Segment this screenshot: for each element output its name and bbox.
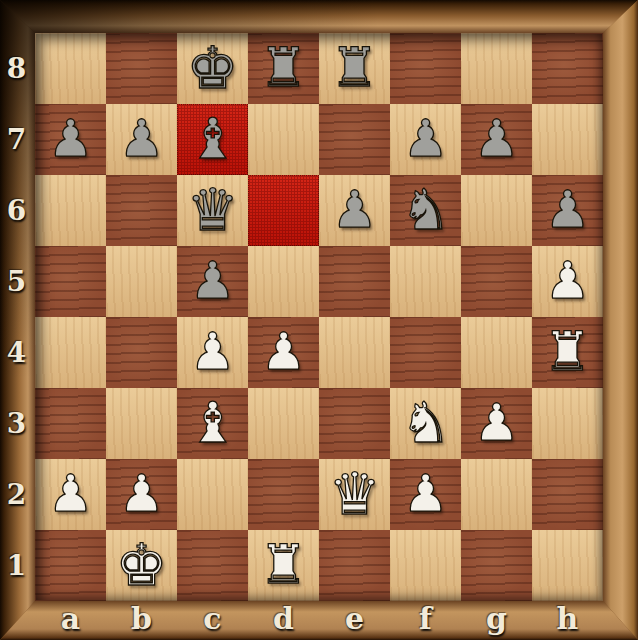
square-f8[interactable] (390, 33, 461, 104)
piece-black-P-f7[interactable]: ♟ (403, 113, 449, 164)
square-e7[interactable] (319, 104, 390, 175)
square-f4[interactable] (390, 317, 461, 388)
square-g4[interactable] (461, 317, 532, 388)
square-e4[interactable] (319, 317, 390, 388)
square-a8[interactable] (35, 33, 106, 104)
square-d3[interactable] (248, 388, 319, 459)
square-h4[interactable]: ♜ (532, 317, 603, 388)
piece-black-N-f6[interactable]: ♞ (400, 182, 450, 238)
square-b4[interactable] (106, 317, 177, 388)
square-b5[interactable] (106, 246, 177, 317)
piece-black-P-a7[interactable]: ♟ (48, 113, 94, 164)
square-g3[interactable]: ♟ (461, 388, 532, 459)
square-c3[interactable]: ♝ (177, 388, 248, 459)
square-c7[interactable]: ♝ (177, 104, 248, 175)
frame-bottom-edge (0, 601, 638, 640)
square-b7[interactable]: ♟ (106, 104, 177, 175)
square-e1[interactable] (319, 530, 390, 601)
piece-black-R-e8[interactable]: ♜ (330, 41, 378, 95)
square-g2[interactable] (461, 459, 532, 530)
square-h5[interactable]: ♟ (532, 246, 603, 317)
square-f7[interactable]: ♟ (390, 104, 461, 175)
piece-white-P-a2[interactable]: ♟ (48, 468, 94, 519)
frame-left-edge (0, 0, 35, 640)
piece-white-R-d1[interactable]: ♜ (259, 538, 307, 592)
square-b2[interactable]: ♟ (106, 459, 177, 530)
square-b3[interactable] (106, 388, 177, 459)
square-f6[interactable]: ♞ (390, 175, 461, 246)
square-h7[interactable] (532, 104, 603, 175)
square-f5[interactable] (390, 246, 461, 317)
piece-black-P-g7[interactable]: ♟ (474, 113, 520, 164)
square-g7[interactable]: ♟ (461, 104, 532, 175)
square-d2[interactable] (248, 459, 319, 530)
square-d6[interactable] (248, 175, 319, 246)
piece-black-P-b7[interactable]: ♟ (119, 113, 165, 164)
square-a4[interactable] (35, 317, 106, 388)
piece-black-P-c5[interactable]: ♟ (190, 255, 236, 306)
piece-black-B-c7[interactable]: ♝ (187, 111, 237, 167)
piece-black-K-c8[interactable]: ♚ (187, 39, 239, 97)
square-c6[interactable]: ♛ (177, 175, 248, 246)
piece-black-Q-c6[interactable]: ♛ (187, 181, 239, 239)
square-c8[interactable]: ♚ (177, 33, 248, 104)
square-c4[interactable]: ♟ (177, 317, 248, 388)
piece-white-R-h4[interactable]: ♜ (543, 325, 591, 379)
square-e5[interactable] (319, 246, 390, 317)
piece-white-N-f3[interactable]: ♞ (400, 395, 450, 451)
piece-white-P-b2[interactable]: ♟ (119, 468, 165, 519)
square-c5[interactable]: ♟ (177, 246, 248, 317)
square-a6[interactable] (35, 175, 106, 246)
square-f3[interactable]: ♞ (390, 388, 461, 459)
square-f1[interactable] (390, 530, 461, 601)
square-c2[interactable] (177, 459, 248, 530)
square-b8[interactable] (106, 33, 177, 104)
frame-right-edge (603, 0, 638, 640)
square-e6[interactable]: ♟ (319, 175, 390, 246)
square-g1[interactable] (461, 530, 532, 601)
square-c1[interactable] (177, 530, 248, 601)
square-b6[interactable] (106, 175, 177, 246)
square-b1[interactable]: ♚ (106, 530, 177, 601)
square-h2[interactable] (532, 459, 603, 530)
square-a7[interactable]: ♟ (35, 104, 106, 175)
square-a3[interactable] (35, 388, 106, 459)
piece-white-Q-e2[interactable]: ♛ (329, 465, 381, 523)
square-g6[interactable] (461, 175, 532, 246)
square-g8[interactable] (461, 33, 532, 104)
square-a2[interactable]: ♟ (35, 459, 106, 530)
square-d7[interactable] (248, 104, 319, 175)
square-d5[interactable] (248, 246, 319, 317)
piece-white-B-c3[interactable]: ♝ (187, 395, 237, 451)
square-f2[interactable]: ♟ (390, 459, 461, 530)
square-d1[interactable]: ♜ (248, 530, 319, 601)
piece-white-P-f2[interactable]: ♟ (403, 468, 449, 519)
square-a1[interactable] (35, 530, 106, 601)
board[interactable]: ♚♜♜♟♟♝♟♟♛♟♞♟♟♟♟♟♜♝♞♟♟♟♛♟♚♜ (35, 33, 603, 601)
square-e8[interactable]: ♜ (319, 33, 390, 104)
piece-white-P-h5[interactable]: ♟ (545, 255, 591, 306)
piece-white-P-g3[interactable]: ♟ (474, 397, 520, 448)
piece-black-P-e6[interactable]: ♟ (332, 184, 378, 235)
square-d8[interactable]: ♜ (248, 33, 319, 104)
square-e2[interactable]: ♛ (319, 459, 390, 530)
square-h3[interactable] (532, 388, 603, 459)
square-d4[interactable]: ♟ (248, 317, 319, 388)
square-h1[interactable] (532, 530, 603, 601)
square-a5[interactable] (35, 246, 106, 317)
piece-white-P-c4[interactable]: ♟ (190, 326, 236, 377)
frame-top-edge (0, 0, 638, 33)
piece-black-P-h6[interactable]: ♟ (545, 184, 591, 235)
chessboard-frame: ♚♜♜♟♟♝♟♟♛♟♞♟♟♟♟♟♜♝♞♟♟♟♛♟♚♜ 87654321abcde… (0, 0, 638, 640)
square-g5[interactable] (461, 246, 532, 317)
piece-black-R-d8[interactable]: ♜ (259, 41, 307, 95)
square-h6[interactable]: ♟ (532, 175, 603, 246)
piece-white-P-d4[interactable]: ♟ (261, 326, 307, 377)
square-e3[interactable] (319, 388, 390, 459)
piece-white-K-b1[interactable]: ♚ (116, 536, 168, 594)
square-h8[interactable] (532, 33, 603, 104)
